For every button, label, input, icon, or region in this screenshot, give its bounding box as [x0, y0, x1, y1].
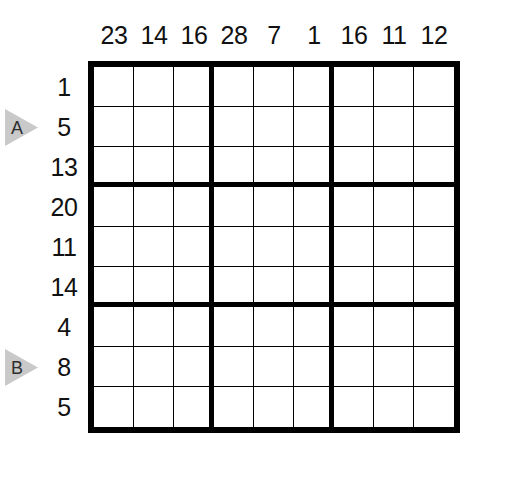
- cell-r6c6[interactable]: [294, 267, 334, 307]
- column-clues: 23 14 16 28 7 1 16 11 12: [94, 22, 454, 48]
- column-clue-9: 12: [414, 23, 454, 48]
- cell-r5c6[interactable]: [294, 227, 334, 267]
- cell-r7c9[interactable]: [414, 307, 454, 347]
- cell-r6c4[interactable]: [214, 267, 254, 307]
- column-clue-5: 7: [254, 23, 294, 48]
- cell-r6c9[interactable]: [414, 267, 454, 307]
- cell-r7c5[interactable]: [254, 307, 294, 347]
- cell-r3c7[interactable]: [334, 147, 374, 187]
- cell-r1c4[interactable]: [214, 67, 254, 107]
- cell-r4c5[interactable]: [254, 187, 294, 227]
- cell-r8c4[interactable]: [214, 347, 254, 387]
- column-clue-2: 14: [134, 23, 174, 48]
- cell-r6c8[interactable]: [374, 267, 414, 307]
- marker-letter-a: A: [11, 119, 23, 137]
- cell-r6c5[interactable]: [254, 267, 294, 307]
- cell-r2c3[interactable]: [174, 107, 214, 147]
- cell-r2c1[interactable]: [94, 107, 134, 147]
- cell-r4c1[interactable]: [94, 187, 134, 227]
- cell-r5c9[interactable]: [414, 227, 454, 267]
- cell-r9c5[interactable]: [254, 387, 294, 427]
- cell-r8c9[interactable]: [414, 347, 454, 387]
- cell-r1c1[interactable]: [94, 67, 134, 107]
- cell-r4c4[interactable]: [214, 187, 254, 227]
- cell-r1c9[interactable]: [414, 67, 454, 107]
- cell-r4c9[interactable]: [414, 187, 454, 227]
- cell-r7c8[interactable]: [374, 307, 414, 347]
- row-clue-2: 5: [46, 107, 82, 147]
- cell-r9c9[interactable]: [414, 387, 454, 427]
- cell-r1c2[interactable]: [134, 67, 174, 107]
- cell-r8c8[interactable]: [374, 347, 414, 387]
- cell-r6c7[interactable]: [334, 267, 374, 307]
- row-clue-6: 14: [46, 267, 82, 307]
- cell-r7c7[interactable]: [334, 307, 374, 347]
- cell-r7c3[interactable]: [174, 307, 214, 347]
- column-clue-7: 16: [334, 23, 374, 48]
- cell-r1c8[interactable]: [374, 67, 414, 107]
- cell-r3c2[interactable]: [134, 147, 174, 187]
- row-clues: 1 5 13 20 11 14 4 8 5: [46, 67, 82, 427]
- cell-r9c2[interactable]: [134, 387, 174, 427]
- cell-r4c8[interactable]: [374, 187, 414, 227]
- column-clue-1: 23: [94, 23, 134, 48]
- cell-r2c9[interactable]: [414, 107, 454, 147]
- row-clue-3: 13: [46, 147, 82, 187]
- row-clue-7: 4: [46, 307, 82, 347]
- cell-r3c9[interactable]: [414, 147, 454, 187]
- row-clue-8: 8: [46, 347, 82, 387]
- cell-r5c5[interactable]: [254, 227, 294, 267]
- cell-r3c6[interactable]: [294, 147, 334, 187]
- cell-r2c2[interactable]: [134, 107, 174, 147]
- cell-r6c1[interactable]: [94, 267, 134, 307]
- cell-r2c5[interactable]: [254, 107, 294, 147]
- cell-r2c4[interactable]: [214, 107, 254, 147]
- cell-r4c7[interactable]: [334, 187, 374, 227]
- row-clue-9: 5: [46, 387, 82, 427]
- cell-r7c1[interactable]: [94, 307, 134, 347]
- cell-r4c6[interactable]: [294, 187, 334, 227]
- cell-r9c6[interactable]: [294, 387, 334, 427]
- cell-r9c7[interactable]: [334, 387, 374, 427]
- cell-r3c4[interactable]: [214, 147, 254, 187]
- column-clue-4: 28: [214, 23, 254, 48]
- cell-r7c6[interactable]: [294, 307, 334, 347]
- puzzle-page: 23 14 16 28 7 1 16 11 12 1 5 13 20 11 14…: [0, 0, 507, 498]
- row-clue-1: 1: [46, 67, 82, 107]
- cell-r5c7[interactable]: [334, 227, 374, 267]
- cell-r9c1[interactable]: [94, 387, 134, 427]
- column-clue-6: 1: [294, 23, 334, 48]
- cell-r5c3[interactable]: [174, 227, 214, 267]
- cell-r8c1[interactable]: [94, 347, 134, 387]
- row-clue-5: 11: [46, 227, 82, 267]
- cell-r2c7[interactable]: [334, 107, 374, 147]
- cell-r7c2[interactable]: [134, 307, 174, 347]
- cell-r1c6[interactable]: [294, 67, 334, 107]
- cell-r2c6[interactable]: [294, 107, 334, 147]
- cell-r5c8[interactable]: [374, 227, 414, 267]
- cell-r3c3[interactable]: [174, 147, 214, 187]
- cell-r1c7[interactable]: [334, 67, 374, 107]
- column-clue-8: 11: [374, 23, 414, 48]
- cell-r9c3[interactable]: [174, 387, 214, 427]
- row-clue-4: 20: [46, 187, 82, 227]
- marker-letter-b: B: [11, 359, 23, 377]
- cell-r8c3[interactable]: [174, 347, 214, 387]
- cell-r5c1[interactable]: [94, 227, 134, 267]
- cell-r8c7[interactable]: [334, 347, 374, 387]
- cell-r9c8[interactable]: [374, 387, 414, 427]
- cell-r5c2[interactable]: [134, 227, 174, 267]
- cell-r6c3[interactable]: [174, 267, 214, 307]
- cell-r4c3[interactable]: [174, 187, 214, 227]
- answer-marker-b: B: [5, 349, 38, 386]
- cell-r4c2[interactable]: [134, 187, 174, 227]
- cell-r1c5[interactable]: [254, 67, 294, 107]
- cell-r8c2[interactable]: [134, 347, 174, 387]
- cell-r3c1[interactable]: [94, 147, 134, 187]
- answer-marker-a: A: [5, 109, 38, 146]
- cell-r8c5[interactable]: [254, 347, 294, 387]
- sudoku-grid: [88, 61, 460, 433]
- cell-r8c6[interactable]: [294, 347, 334, 387]
- cell-r3c8[interactable]: [374, 147, 414, 187]
- column-clue-3: 16: [174, 23, 214, 48]
- cell-r6c2[interactable]: [134, 267, 174, 307]
- cell-r3c5[interactable]: [254, 147, 294, 187]
- cell-r9c4[interactable]: [214, 387, 254, 427]
- cell-r7c4[interactable]: [214, 307, 254, 347]
- cell-r5c4[interactable]: [214, 227, 254, 267]
- cell-r2c8[interactable]: [374, 107, 414, 147]
- cell-r1c3[interactable]: [174, 67, 214, 107]
